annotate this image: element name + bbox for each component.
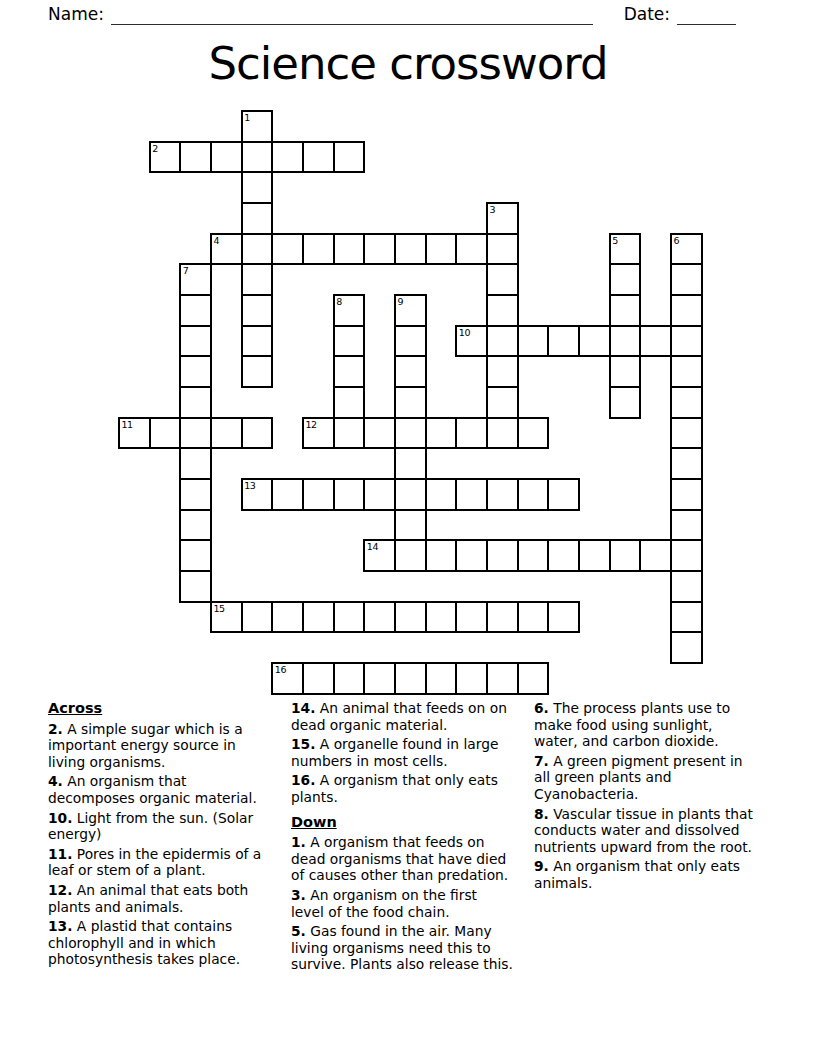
- grid-cell-r7c17[interactable]: [639, 325, 672, 358]
- grid-cell-r9c2[interactable]: [179, 386, 212, 419]
- grid-cell-r9c16[interactable]: [609, 386, 642, 419]
- grid-cell-r8c2[interactable]: [179, 355, 212, 388]
- grid-cell-r4c12[interactable]: [486, 233, 519, 266]
- grid-cell-r3c4[interactable]: [241, 202, 274, 235]
- grid-cell-r8c12[interactable]: [486, 355, 519, 388]
- grid-cell-r10c7[interactable]: [333, 417, 366, 450]
- grid-cell-r16c5[interactable]: [271, 601, 304, 634]
- grid-cell-r10c4[interactable]: [241, 417, 274, 450]
- cell-number-8: 8: [336, 296, 342, 307]
- grid-cell-r16c8[interactable]: [363, 601, 396, 634]
- grid-cell-r14c15[interactable]: [578, 539, 611, 572]
- grid-cell-r8c4[interactable]: [241, 355, 274, 388]
- grid-cell-r18c5[interactable]: 16: [271, 662, 304, 695]
- down-section-header: Down: [291, 814, 513, 831]
- cell-number-1: 1: [244, 112, 250, 123]
- grid-cell-r5c2[interactable]: 7: [179, 263, 212, 296]
- across-clue-15: 15. A organelle found in large numbers i…: [291, 736, 513, 769]
- grid-cell-r6c9[interactable]: 9: [394, 294, 427, 327]
- grid-cell-r16c11[interactable]: [455, 601, 488, 634]
- grid-cell-r10c9[interactable]: [394, 417, 427, 450]
- across-clue-number-11: 11.: [48, 846, 72, 862]
- grid-cell-r14c16[interactable]: [609, 539, 642, 572]
- grid-cell-r16c13[interactable]: [517, 601, 550, 634]
- cell-number-6: 6: [674, 235, 680, 246]
- grid-cell-r4c4[interactable]: [241, 233, 274, 266]
- cell-number-12: 12: [306, 419, 317, 430]
- grid-cell-r8c7[interactable]: [333, 355, 366, 388]
- grid-cell-r7c13[interactable]: [517, 325, 550, 358]
- down-clue-number-5: 5.: [291, 923, 306, 939]
- cell-number-3: 3: [490, 204, 496, 215]
- grid-cell-r12c12[interactable]: [486, 478, 519, 511]
- down-clue-9: 9. An organism that only eats animals.: [534, 858, 756, 891]
- grid-cell-r5c4[interactable]: [241, 263, 274, 296]
- grid-cell-r16c6[interactable]: [302, 601, 335, 634]
- grid-cell-r13c18[interactable]: [670, 509, 703, 542]
- grid-cell-r10c13[interactable]: [517, 417, 550, 450]
- grid-cell-r7c16[interactable]: [609, 325, 642, 358]
- clue-column-1: Across2. A simple sugar which is a impor…: [48, 700, 270, 976]
- cell-number-9: 9: [398, 296, 404, 307]
- grid-cell-r10c10[interactable]: [425, 417, 458, 450]
- down-clue-7: 7. A green pigment present in all green …: [534, 753, 756, 803]
- date-input-line[interactable]: [677, 5, 736, 25]
- across-clue-16: 16. A organism that only eats plants.: [291, 772, 513, 805]
- grid-cell-r14c18[interactable]: [670, 539, 703, 572]
- grid-cell-r14c8[interactable]: 14: [363, 539, 396, 572]
- grid-cell-r8c16[interactable]: [609, 355, 642, 388]
- down-clue-5: 5. Gas found in the air. Many living org…: [291, 923, 513, 973]
- across-clue-number-2: 2.: [48, 721, 63, 737]
- grid-cell-r1c1[interactable]: 2: [149, 141, 182, 174]
- grid-cell-r13c9[interactable]: [394, 509, 427, 542]
- down-clue-1: 1. A organism that feeds on dead organis…: [291, 834, 513, 884]
- grid-cell-r12c6[interactable]: [302, 478, 335, 511]
- across-clue-number-13: 13.: [48, 918, 72, 934]
- grid-cell-r9c12[interactable]: [486, 386, 519, 419]
- grid-cell-r2c4[interactable]: [241, 171, 274, 204]
- across-clue-14: 14. An animal that feeds on on dead orga…: [291, 700, 513, 733]
- grid-cell-r16c3[interactable]: 15: [210, 601, 243, 634]
- grid-cell-r1c4[interactable]: [241, 141, 274, 174]
- grid-cell-r1c2[interactable]: [179, 141, 212, 174]
- worksheet-header: Name: Date:: [48, 4, 736, 25]
- grid-cell-r6c12[interactable]: [486, 294, 519, 327]
- grid-cell-r9c18[interactable]: [670, 386, 703, 419]
- grid-cell-r0c4[interactable]: 1: [241, 110, 274, 143]
- cell-number-7: 7: [183, 265, 189, 276]
- grid-cell-r6c4[interactable]: [241, 294, 274, 327]
- cell-number-10: 10: [459, 327, 470, 338]
- clue-column-3: 6. The process plants use to make food u…: [534, 700, 756, 976]
- across-clue-number-10: 10.: [48, 810, 72, 826]
- across-clue-number-4: 4.: [48, 773, 63, 789]
- cell-number-4: 4: [214, 235, 220, 246]
- grid-cell-r4c5[interactable]: [271, 233, 304, 266]
- grid-cell-r4c8[interactable]: [363, 233, 396, 266]
- down-clue-number-7: 7.: [534, 753, 549, 769]
- grid-cell-r18c10[interactable]: [425, 662, 458, 695]
- grid-cell-r4c7[interactable]: [333, 233, 366, 266]
- across-clue-13: 13. A plastid that contains chlorophyll …: [48, 918, 270, 968]
- grid-cell-r17c18[interactable]: [670, 631, 703, 664]
- grid-cell-r12c18[interactable]: [670, 478, 703, 511]
- grid-cell-r12c8[interactable]: [363, 478, 396, 511]
- grid-cell-r11c18[interactable]: [670, 447, 703, 480]
- grid-cell-r7c18[interactable]: [670, 325, 703, 358]
- grid-cell-r10c18[interactable]: [670, 417, 703, 450]
- grid-cell-r10c11[interactable]: [455, 417, 488, 450]
- down-clue-number-3: 3.: [291, 887, 306, 903]
- grid-cell-r14c11[interactable]: [455, 539, 488, 572]
- across-clue-number-15: 15.: [291, 736, 315, 752]
- across-clue-number-14: 14.: [291, 700, 315, 716]
- grid-cell-r16c18[interactable]: [670, 601, 703, 634]
- grid-cell-r16c10[interactable]: [425, 601, 458, 634]
- name-input-line[interactable]: [111, 5, 593, 25]
- grid-cell-r10c1[interactable]: [149, 417, 182, 450]
- grid-cell-r7c15[interactable]: [578, 325, 611, 358]
- grid-cell-r12c2[interactable]: [179, 478, 212, 511]
- grid-cell-r16c9[interactable]: [394, 601, 427, 634]
- grid-cell-r7c4[interactable]: [241, 325, 274, 358]
- grid-cell-r7c7[interactable]: [333, 325, 366, 358]
- grid-cell-r14c14[interactable]: [547, 539, 580, 572]
- grid-cell-r10c3[interactable]: [210, 417, 243, 450]
- grid-cell-r10c0[interactable]: 11: [118, 417, 151, 450]
- cell-number-5: 5: [612, 235, 618, 246]
- grid-cell-r18c13[interactable]: [517, 662, 550, 695]
- grid-cell-r6c18[interactable]: [670, 294, 703, 327]
- grid-cell-r1c3[interactable]: [210, 141, 243, 174]
- grid-cell-r16c4[interactable]: [241, 601, 274, 634]
- grid-cell-r4c16[interactable]: 5: [609, 233, 642, 266]
- clue-column-2: 14. An animal that feeds on on dead orga…: [291, 700, 513, 976]
- grid-cell-r14c2[interactable]: [179, 539, 212, 572]
- grid-cell-r8c9[interactable]: [394, 355, 427, 388]
- down-clue-number-8: 8.: [534, 806, 549, 822]
- grid-cell-r18c9[interactable]: [394, 662, 427, 695]
- grid-cell-r9c7[interactable]: [333, 386, 366, 419]
- grid-cell-r18c6[interactable]: [302, 662, 335, 695]
- across-section-header: Across: [48, 700, 270, 717]
- grid-cell-r5c18[interactable]: [670, 263, 703, 296]
- grid-cell-r7c2[interactable]: [179, 325, 212, 358]
- across-clue-number-12: 12.: [48, 882, 72, 898]
- grid-cell-r7c9[interactable]: [394, 325, 427, 358]
- cell-number-16: 16: [275, 664, 286, 675]
- grid-cell-r15c18[interactable]: [670, 570, 703, 603]
- page-title: Science crossword: [0, 37, 816, 90]
- grid-cell-r10c8[interactable]: [363, 417, 396, 450]
- across-clue-12: 12. An animal that eats both plants and …: [48, 882, 270, 915]
- grid-cell-r1c7[interactable]: [333, 141, 366, 174]
- grid-cell-r14c12[interactable]: [486, 539, 519, 572]
- grid-cell-r6c2[interactable]: [179, 294, 212, 327]
- grid-cell-r4c9[interactable]: [394, 233, 427, 266]
- down-clue-3: 3. An organism on the first level of the…: [291, 887, 513, 920]
- grid-cell-r6c16[interactable]: [609, 294, 642, 327]
- grid-cell-r4c18[interactable]: 6: [670, 233, 703, 266]
- grid-cell-r4c3[interactable]: 4: [210, 233, 243, 266]
- grid-cell-r12c14[interactable]: [547, 478, 580, 511]
- grid-cell-r12c4[interactable]: 13: [241, 478, 274, 511]
- grid-cell-r5c12[interactable]: [486, 263, 519, 296]
- down-clue-6: 6. The process plants use to make food u…: [534, 700, 756, 750]
- across-clue-10: 10. Light from the sun. (Solar energy): [48, 810, 270, 843]
- grid-cell-r14c10[interactable]: [425, 539, 458, 572]
- worksheet-page: Name: Date: Science crossword 1234567891…: [0, 0, 816, 1056]
- grid-cell-r10c6[interactable]: 12: [302, 417, 335, 450]
- grid-cell-r12c11[interactable]: [455, 478, 488, 511]
- grid-cell-r4c6[interactable]: [302, 233, 335, 266]
- grid-cell-r14c9[interactable]: [394, 539, 427, 572]
- grid-cell-r14c17[interactable]: [639, 539, 672, 572]
- grid-cell-r16c7[interactable]: [333, 601, 366, 634]
- grid-cell-r9c9[interactable]: [394, 386, 427, 419]
- across-clue-2: 2. A simple sugar which is a important e…: [48, 721, 270, 771]
- grid-cell-r15c2[interactable]: [179, 570, 212, 603]
- across-clue-11: 11. Pores in the epidermis of a leaf or …: [48, 846, 270, 879]
- grid-cell-r6c7[interactable]: 8: [333, 294, 366, 327]
- cell-number-15: 15: [214, 603, 225, 614]
- down-clue-number-9: 9.: [534, 858, 549, 874]
- grid-cell-r7c11[interactable]: 10: [455, 325, 488, 358]
- grid-cell-r7c12[interactable]: [486, 325, 519, 358]
- grid-cell-r4c10[interactable]: [425, 233, 458, 266]
- name-label: Name:: [48, 4, 104, 25]
- grid-cell-r1c6[interactable]: [302, 141, 335, 174]
- grid-cell-r12c13[interactable]: [517, 478, 550, 511]
- grid-cell-r18c11[interactable]: [455, 662, 488, 695]
- grid-cell-r10c2[interactable]: [179, 417, 212, 450]
- down-clue-number-1: 1.: [291, 834, 306, 850]
- grid-cell-r18c12[interactable]: [486, 662, 519, 695]
- cell-number-11: 11: [122, 419, 133, 430]
- grid-cell-r4c11[interactable]: [455, 233, 488, 266]
- cell-number-14: 14: [367, 541, 378, 552]
- grid-cell-r12c5[interactable]: [271, 478, 304, 511]
- across-clue-4: 4. An organism that decomposes organic m…: [48, 773, 270, 806]
- grid-cell-r12c10[interactable]: [425, 478, 458, 511]
- grid-cell-r18c7[interactable]: [333, 662, 366, 695]
- clues-section: Across2. A simple sugar which is a impor…: [48, 700, 756, 976]
- grid-cell-r13c2[interactable]: [179, 509, 212, 542]
- grid-cell-r5c16[interactable]: [609, 263, 642, 296]
- grid-cell-r8c18[interactable]: [670, 355, 703, 388]
- grid-cell-r1c5[interactable]: [271, 141, 304, 174]
- date-label: Date:: [624, 4, 670, 25]
- grid-cell-r16c14[interactable]: [547, 601, 580, 634]
- across-clue-number-16: 16.: [291, 772, 315, 788]
- grid-cell-r11c2[interactable]: [179, 447, 212, 480]
- grid-cell-r14c13[interactable]: [517, 539, 550, 572]
- down-clue-8: 8. Vascular tissue in plants that conduc…: [534, 806, 756, 856]
- grid-cell-r11c9[interactable]: [394, 447, 427, 480]
- grid-cell-r16c12[interactable]: [486, 601, 519, 634]
- grid-cell-r12c7[interactable]: [333, 478, 366, 511]
- cell-number-2: 2: [152, 143, 158, 154]
- cell-number-13: 13: [244, 480, 255, 491]
- grid-cell-r3c12[interactable]: 3: [486, 202, 519, 235]
- grid-cell-r12c9[interactable]: [394, 478, 427, 511]
- grid-cell-r18c8[interactable]: [363, 662, 396, 695]
- grid-cell-r7c14[interactable]: [547, 325, 580, 358]
- down-clue-number-6: 6.: [534, 700, 549, 716]
- grid-cell-r10c12[interactable]: [486, 417, 519, 450]
